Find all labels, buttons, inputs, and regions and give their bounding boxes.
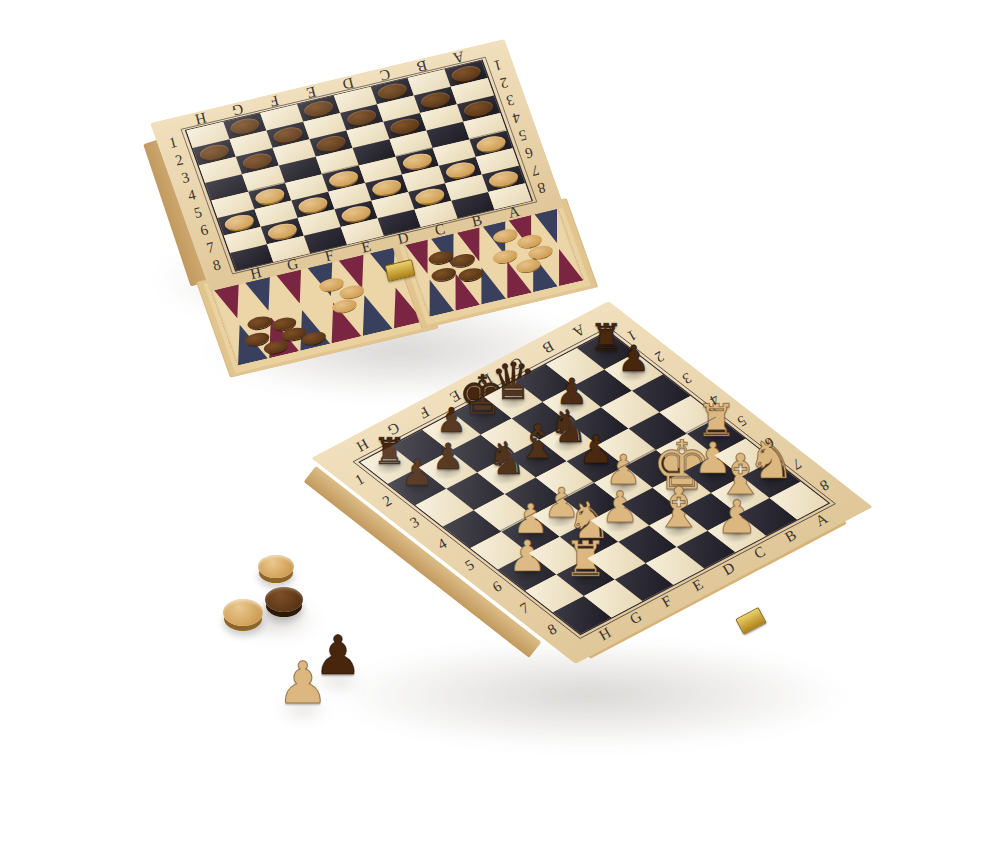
loose-dark-checker-2 [265,587,303,612]
backgammon-point [350,292,393,336]
product-photo-canvas: HHGGFFEEDDCCBBAA1122334455667788♜♟♚♛♜♟♟♟… [0,0,994,852]
brass-clasp [735,607,766,635]
loose-dark-pawn: ♟ [314,629,362,683]
loose-light-checker-3 [223,599,263,626]
loose-light-checker-1 [258,555,294,578]
backgammon-point [417,277,454,317]
checkers-rank-label-right-8: 8 [528,175,555,202]
checkers-rank-label-left-8: 8 [203,252,230,279]
